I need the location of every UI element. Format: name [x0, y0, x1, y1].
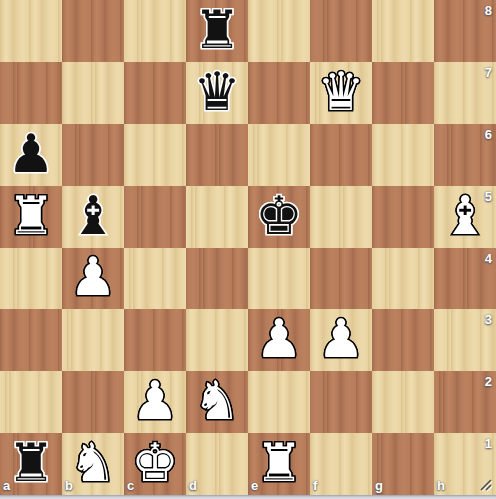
pawn-glyph: ♟	[7, 127, 55, 180]
rook-glyph: ♜	[7, 188, 55, 241]
file-label-h: h	[437, 478, 445, 493]
square-a8[interactable]	[0, 0, 62, 62]
square-a2[interactable]	[0, 371, 62, 433]
file-label-g: g	[375, 478, 383, 493]
rook-glyph: ♜	[255, 436, 303, 489]
square-e6[interactable]	[248, 124, 310, 186]
piece-white-pawn[interactable]: ♟♟	[310, 309, 372, 371]
resize-grip-icon[interactable]	[477, 476, 493, 492]
square-g7[interactable]	[372, 62, 434, 124]
square-b1[interactable]: ♞♞b	[62, 433, 124, 495]
piece-black-pawn[interactable]: ♟♟	[0, 124, 62, 186]
piece-white-queen[interactable]: ♛♛	[310, 62, 372, 124]
square-h4[interactable]: 4	[434, 248, 496, 310]
square-e8[interactable]	[248, 0, 310, 62]
square-d2[interactable]: ♞♞	[186, 371, 248, 433]
chess-app-window: ♜♜8♛♛♛♛7♟♟6♜♜♝♝♚♚♝♝5♟♟4♟♟♟♟3♟♟♞♞2♜♜a♞♞b♚…	[0, 0, 496, 499]
square-f5[interactable]	[310, 186, 372, 248]
knight-glyph: ♞	[69, 436, 117, 489]
file-label-d: d	[189, 478, 197, 493]
rook-glyph: ♜	[193, 3, 241, 56]
bishop-glyph: ♝	[69, 188, 117, 241]
square-e5[interactable]: ♚♚	[248, 186, 310, 248]
piece-white-pawn[interactable]: ♟♟	[62, 248, 124, 310]
square-b2[interactable]	[62, 371, 124, 433]
queen-glyph: ♛	[317, 65, 365, 118]
square-b4[interactable]: ♟♟	[62, 248, 124, 310]
rook-glyph: ♜	[7, 436, 55, 489]
file-label-c: c	[127, 478, 134, 493]
rank-label-2: 2	[485, 374, 492, 389]
file-label-f: f	[313, 478, 317, 493]
square-b7[interactable]	[62, 62, 124, 124]
square-b6[interactable]	[62, 124, 124, 186]
square-h2[interactable]: 2	[434, 371, 496, 433]
square-d6[interactable]	[186, 124, 248, 186]
rank-label-5: 5	[485, 189, 492, 204]
piece-black-rook[interactable]: ♜♜	[186, 0, 248, 62]
square-c8[interactable]	[124, 0, 186, 62]
square-h3[interactable]: 3	[434, 309, 496, 371]
square-e2[interactable]	[248, 371, 310, 433]
square-g6[interactable]	[372, 124, 434, 186]
piece-white-pawn[interactable]: ♟♟	[124, 371, 186, 433]
square-a3[interactable]	[0, 309, 62, 371]
piece-black-queen[interactable]: ♛♛	[186, 62, 248, 124]
pawn-glyph: ♟	[131, 374, 179, 427]
square-d7[interactable]: ♛♛	[186, 62, 248, 124]
square-c7[interactable]	[124, 62, 186, 124]
square-g4[interactable]	[372, 248, 434, 310]
square-e3[interactable]: ♟♟	[248, 309, 310, 371]
square-d5[interactable]	[186, 186, 248, 248]
square-h1[interactable]: 1h	[434, 433, 496, 495]
window-bottom-edge	[0, 495, 496, 499]
square-f6[interactable]	[310, 124, 372, 186]
square-c1[interactable]: ♚♚c	[124, 433, 186, 495]
king-glyph: ♚	[131, 436, 179, 489]
rank-label-8: 8	[485, 3, 492, 18]
square-f4[interactable]	[310, 248, 372, 310]
square-g3[interactable]	[372, 309, 434, 371]
chess-board: ♜♜8♛♛♛♛7♟♟6♜♜♝♝♚♚♝♝5♟♟4♟♟♟♟3♟♟♞♞2♜♜a♞♞b♚…	[0, 0, 496, 495]
square-d3[interactable]	[186, 309, 248, 371]
knight-glyph: ♞	[193, 374, 241, 427]
square-b3[interactable]	[62, 309, 124, 371]
square-h8[interactable]: 8	[434, 0, 496, 62]
square-f2[interactable]	[310, 371, 372, 433]
square-g5[interactable]	[372, 186, 434, 248]
pawn-glyph: ♟	[255, 312, 303, 365]
square-f7[interactable]: ♛♛	[310, 62, 372, 124]
square-h6[interactable]: 6	[434, 124, 496, 186]
square-e7[interactable]	[248, 62, 310, 124]
piece-white-pawn[interactable]: ♟♟	[248, 309, 310, 371]
square-f3[interactable]: ♟♟	[310, 309, 372, 371]
square-b5[interactable]: ♝♝	[62, 186, 124, 248]
rank-label-6: 6	[485, 127, 492, 142]
pawn-glyph: ♟	[69, 250, 117, 303]
square-e1[interactable]: ♜♜e	[248, 433, 310, 495]
square-a5[interactable]: ♜♜	[0, 186, 62, 248]
square-g1[interactable]: g	[372, 433, 434, 495]
square-c3[interactable]	[124, 309, 186, 371]
square-c5[interactable]	[124, 186, 186, 248]
square-h7[interactable]: 7	[434, 62, 496, 124]
square-e4[interactable]	[248, 248, 310, 310]
piece-white-rook[interactable]: ♜♜	[0, 186, 62, 248]
pawn-glyph: ♟	[317, 312, 365, 365]
square-a4[interactable]	[0, 248, 62, 310]
square-d4[interactable]	[186, 248, 248, 310]
rank-label-4: 4	[485, 251, 492, 266]
square-b8[interactable]	[62, 0, 124, 62]
square-a6[interactable]: ♟♟	[0, 124, 62, 186]
file-label-b: b	[65, 478, 73, 493]
square-c4[interactable]	[124, 248, 186, 310]
rank-label-7: 7	[485, 65, 492, 80]
square-f1[interactable]: f	[310, 433, 372, 495]
square-a7[interactable]	[0, 62, 62, 124]
piece-black-king[interactable]: ♚♚	[248, 186, 310, 248]
rank-label-1: 1	[485, 436, 492, 451]
queen-glyph: ♛	[193, 65, 241, 118]
square-c2[interactable]: ♟♟	[124, 371, 186, 433]
file-label-a: a	[3, 478, 10, 493]
square-d1[interactable]: d	[186, 433, 248, 495]
bishop-glyph: ♝	[441, 188, 489, 241]
square-g2[interactable]	[372, 371, 434, 433]
file-label-e: e	[251, 478, 258, 493]
king-glyph: ♚	[255, 188, 303, 241]
piece-black-bishop[interactable]: ♝♝	[62, 186, 124, 248]
square-h5[interactable]: ♝♝5	[434, 186, 496, 248]
square-f8[interactable]	[310, 0, 372, 62]
rank-label-3: 3	[485, 312, 492, 327]
square-g8[interactable]	[372, 0, 434, 62]
square-a1[interactable]: ♜♜a	[0, 433, 62, 495]
square-c6[interactable]	[124, 124, 186, 186]
square-d8[interactable]: ♜♜	[186, 0, 248, 62]
piece-white-knight[interactable]: ♞♞	[186, 371, 248, 433]
